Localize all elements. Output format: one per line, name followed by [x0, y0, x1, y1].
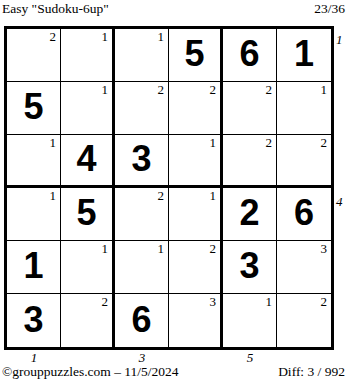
cell-r3c2[interactable]: 4: [61, 135, 115, 188]
pencil-mark: 1: [50, 136, 57, 150]
cell-r2c4[interactable]: 2: [169, 82, 223, 135]
cell-r4c6[interactable]: 6: [277, 188, 331, 241]
given-digit: 5: [76, 195, 96, 233]
pencil-mark: 3: [321, 242, 328, 256]
header: Easy "Sudoku-6up" 23/36: [2, 1, 345, 17]
pencil-mark: 1: [50, 189, 57, 203]
progress-counter: 23/36: [314, 1, 345, 17]
cell-r2c6[interactable]: 1: [277, 82, 331, 135]
cell-r6c1[interactable]: 3: [7, 294, 61, 347]
pencil-mark: 1: [158, 242, 165, 256]
cell-r3c3[interactable]: 3: [115, 135, 169, 188]
pencil-mark: 2: [158, 189, 165, 203]
cell-r3c6[interactable]: 2: [277, 135, 331, 188]
puzzle-title: Easy "Sudoku-6up": [2, 1, 109, 17]
pencil-mark: 2: [102, 295, 109, 309]
pencil-mark: 1: [321, 83, 328, 97]
cell-r6c5[interactable]: 1: [223, 294, 277, 347]
copyright-date: ©grouppuzzles.com – 11/5/2024: [2, 364, 179, 380]
given-digit: 3: [131, 141, 151, 179]
cell-r4c1[interactable]: 1: [7, 188, 61, 241]
cell-r1c4[interactable]: 5: [169, 29, 223, 82]
cell-r2c3[interactable]: 2: [115, 82, 169, 135]
given-digit: 1: [23, 248, 43, 286]
pencil-mark: 1: [266, 295, 273, 309]
cell-r4c5[interactable]: 2: [223, 188, 277, 241]
pencil-mark: 1: [210, 136, 217, 150]
given-digit: 6: [294, 195, 314, 233]
sudoku-board: 2 1 1 5 6 1 5 1 2 2 2 1 1 4 3 1 2 2 1 5 …: [4, 26, 334, 350]
row-coordinate-label-1: 1: [336, 33, 346, 47]
cell-r1c2[interactable]: 1: [61, 29, 115, 82]
given-digit: 3: [23, 302, 43, 340]
col-coordinate-label-1: 1: [7, 351, 61, 365]
pencil-mark: 2: [210, 83, 217, 97]
cell-r6c2[interactable]: 2: [61, 294, 115, 347]
cell-r6c6[interactable]: 2: [277, 294, 331, 347]
given-digit: 3: [239, 248, 259, 286]
cell-r1c1[interactable]: 2: [7, 29, 61, 82]
cell-r5c3[interactable]: 1: [115, 241, 169, 294]
given-digit: 5: [184, 36, 204, 74]
cell-r2c1[interactable]: 5: [7, 82, 61, 135]
pencil-mark: 2: [50, 30, 57, 44]
pencil-mark: 3: [210, 295, 217, 309]
cell-r4c4[interactable]: 1: [169, 188, 223, 241]
given-digit: 6: [131, 302, 151, 340]
cell-r5c5[interactable]: 3: [223, 241, 277, 294]
cell-r1c6[interactable]: 1: [277, 29, 331, 82]
given-digit: 1: [294, 36, 314, 74]
cell-r6c3[interactable]: 6: [115, 294, 169, 347]
cell-r6c4[interactable]: 3: [169, 294, 223, 347]
pencil-mark: 1: [102, 30, 109, 44]
pencil-mark: 2: [210, 242, 217, 256]
cell-r5c4[interactable]: 2: [169, 241, 223, 294]
cell-r3c4[interactable]: 1: [169, 135, 223, 188]
cell-r5c6[interactable]: 3: [277, 241, 331, 294]
pencil-mark: 1: [102, 83, 109, 97]
col-coordinate-label-3: 3: [115, 351, 169, 365]
cell-r1c3[interactable]: 1: [115, 29, 169, 82]
footer: ©grouppuzzles.com – 11/5/2024 Diff: 3 / …: [2, 364, 345, 380]
row-coordinate-label-4: 4: [336, 195, 346, 209]
cell-r2c2[interactable]: 1: [61, 82, 115, 135]
cell-r1c5[interactable]: 6: [223, 29, 277, 82]
pencil-mark: 2: [266, 83, 273, 97]
pencil-mark: 2: [266, 136, 273, 150]
cell-r2c5[interactable]: 2: [223, 82, 277, 135]
pencil-mark: 2: [158, 83, 165, 97]
given-digit: 5: [23, 89, 43, 127]
col-coordinate-label-5: 5: [223, 351, 277, 365]
cell-r3c1[interactable]: 1: [7, 135, 61, 188]
difficulty-label: Diff: 3 / 992: [278, 364, 345, 380]
given-digit: 6: [239, 36, 259, 74]
pencil-mark: 1: [210, 189, 217, 203]
cell-r5c2[interactable]: 1: [61, 241, 115, 294]
cell-r4c3[interactable]: 2: [115, 188, 169, 241]
cell-r4c2[interactable]: 5: [61, 188, 115, 241]
pencil-mark: 1: [102, 242, 109, 256]
given-digit: 2: [239, 195, 259, 233]
cell-r3c5[interactable]: 2: [223, 135, 277, 188]
pencil-mark: 2: [321, 136, 328, 150]
cell-r5c1[interactable]: 1: [7, 241, 61, 294]
pencil-mark: 1: [158, 30, 165, 44]
given-digit: 4: [76, 141, 96, 179]
pencil-mark: 2: [321, 295, 328, 309]
